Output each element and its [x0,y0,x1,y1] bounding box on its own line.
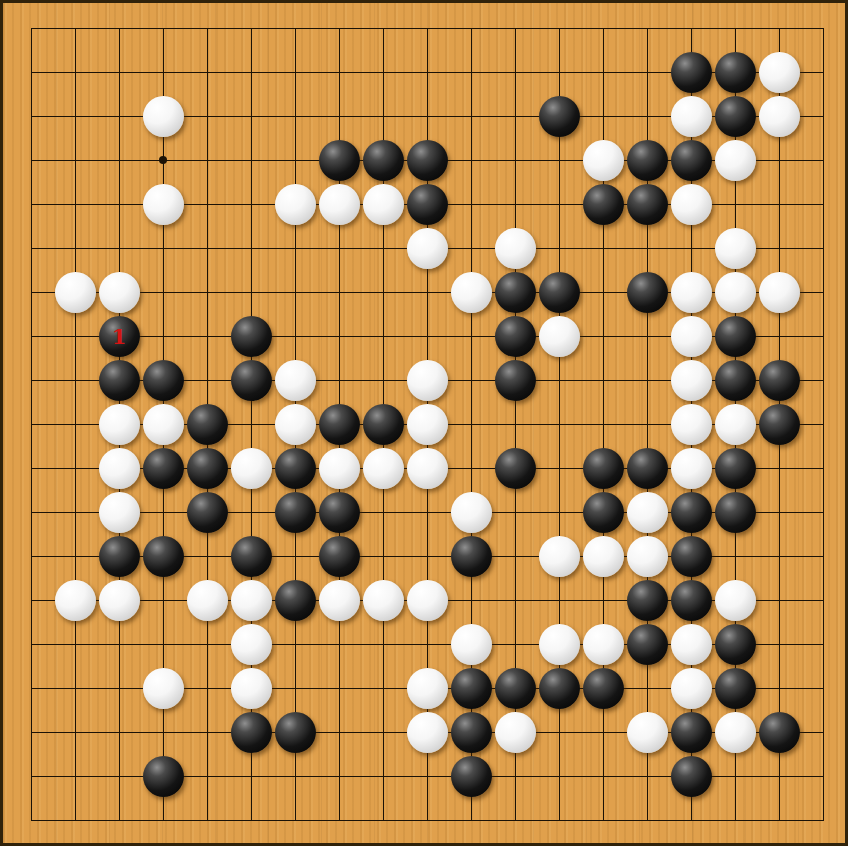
black-stone [671,492,712,533]
black-stone [143,448,184,489]
black-stone [143,360,184,401]
white-stone [583,536,624,577]
white-stone [143,668,184,709]
black-stone [187,492,228,533]
white-stone [627,536,668,577]
black-stone [407,140,448,181]
white-stone [99,492,140,533]
white-stone [143,96,184,137]
white-stone [275,360,316,401]
white-stone [671,184,712,225]
black-stone [627,448,668,489]
white-stone [451,272,492,313]
white-stone [539,624,580,665]
black-stone [363,404,404,445]
black-stone [627,140,668,181]
white-stone [407,580,448,621]
white-stone [231,448,272,489]
black-stone [671,756,712,797]
star-point [159,156,167,164]
black-stone [99,536,140,577]
white-stone [715,228,756,269]
white-stone [231,580,272,621]
white-stone [671,316,712,357]
black-stone [583,184,624,225]
white-stone [187,580,228,621]
white-stone [363,448,404,489]
black-stone [231,360,272,401]
black-stone [231,536,272,577]
black-stone [715,668,756,709]
black-stone [715,624,756,665]
black-stone [495,316,536,357]
black-stone [671,140,712,181]
white-stone [583,140,624,181]
white-stone [671,360,712,401]
black-stone [451,536,492,577]
black-stone [495,448,536,489]
black-stone [715,360,756,401]
white-stone [759,272,800,313]
black-stone [583,668,624,709]
black-stone [451,668,492,709]
white-stone [363,580,404,621]
black-stone [715,52,756,93]
white-stone [275,184,316,225]
black-stone [539,272,580,313]
white-stone [627,492,668,533]
black-stone [671,536,712,577]
white-stone [363,184,404,225]
black-stone [143,536,184,577]
black-stone [187,404,228,445]
black-stone [99,360,140,401]
white-stone [539,536,580,577]
black-stone [275,580,316,621]
black-stone [407,184,448,225]
black-stone [759,360,800,401]
black-stone [715,448,756,489]
black-stone [495,360,536,401]
white-stone [55,272,96,313]
black-stone [627,272,668,313]
white-stone [319,184,360,225]
white-stone [319,448,360,489]
white-stone [407,448,448,489]
black-stone [319,536,360,577]
black-stone [319,404,360,445]
white-stone [495,712,536,753]
black-stone [671,580,712,621]
black-stone [671,712,712,753]
black-stone [715,492,756,533]
white-stone [231,668,272,709]
white-stone [671,96,712,137]
black-stone [319,492,360,533]
white-stone [407,712,448,753]
white-stone [275,404,316,445]
white-stone [671,272,712,313]
white-stone [715,580,756,621]
white-stone [451,492,492,533]
white-stone [495,228,536,269]
white-stone [539,316,580,357]
black-stone [759,404,800,445]
white-stone [583,624,624,665]
white-stone [671,668,712,709]
black-stone [759,712,800,753]
white-stone [407,404,448,445]
white-stone [407,228,448,269]
white-stone [759,96,800,137]
white-stone [715,140,756,181]
white-stone [99,448,140,489]
go-board[interactable]: 1 [9,6,845,842]
white-stone [99,404,140,445]
white-stone [715,712,756,753]
white-stone [319,580,360,621]
white-stone [627,712,668,753]
black-stone [627,624,668,665]
white-stone [451,624,492,665]
white-stone [407,668,448,709]
black-stone [539,96,580,137]
black-stone [275,712,316,753]
marked-stone-move-1: 1 [99,316,140,357]
black-stone [451,756,492,797]
white-stone [407,360,448,401]
black-stone [715,96,756,137]
white-stone [671,448,712,489]
black-stone [539,668,580,709]
white-stone [671,404,712,445]
white-stone [99,580,140,621]
move-number-label: 1 [112,326,127,347]
white-stone [99,272,140,313]
white-stone [715,404,756,445]
black-stone [231,316,272,357]
black-stone [627,580,668,621]
black-stone [231,712,272,753]
black-stone [495,272,536,313]
go-board-frame: 1 [0,0,848,846]
black-stone [495,668,536,709]
black-stone [451,712,492,753]
go-game-screenshot: 1 [0,0,848,846]
black-stone [583,492,624,533]
black-stone [275,492,316,533]
white-stone [143,404,184,445]
black-stone [715,316,756,357]
black-stone [363,140,404,181]
white-stone [143,184,184,225]
black-stone [319,140,360,181]
black-stone [187,448,228,489]
white-stone [671,624,712,665]
white-stone [715,272,756,313]
white-stone [759,52,800,93]
black-stone [143,756,184,797]
black-stone [627,184,668,225]
black-stone [583,448,624,489]
black-stone [275,448,316,489]
white-stone [55,580,96,621]
black-stone [671,52,712,93]
white-stone [231,624,272,665]
